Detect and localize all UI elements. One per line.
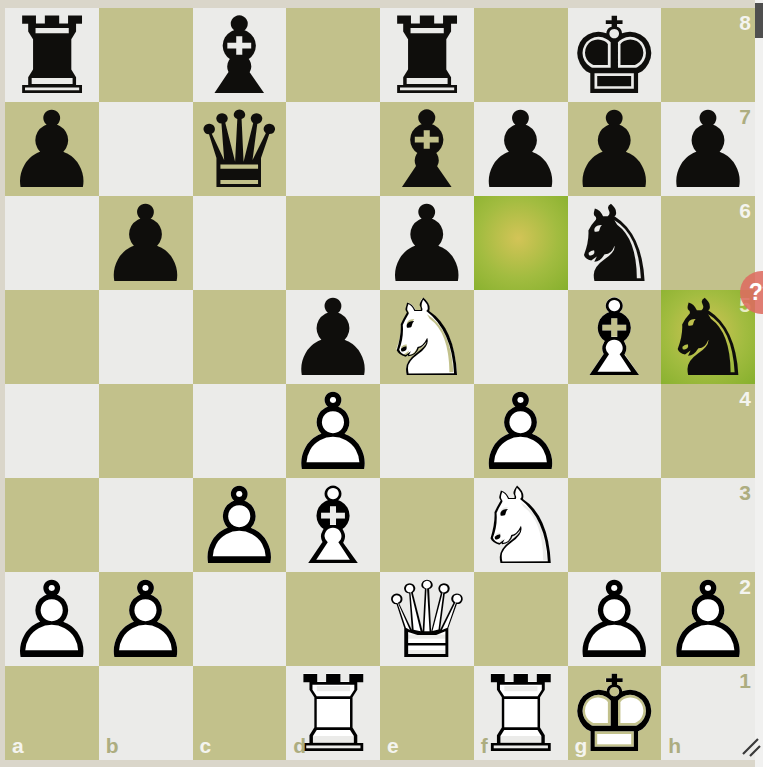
square-g8[interactable]: ♚ (568, 8, 662, 102)
square-e2[interactable]: ♛♕ (380, 572, 474, 666)
square-h4[interactable]: 4 (661, 384, 755, 478)
square-f1[interactable]: ♜♖f (474, 666, 568, 760)
white-queen-outline: ♕ (380, 574, 474, 668)
black-pawn-piece: ♟ (568, 104, 662, 198)
square-b6[interactable]: ♟ (99, 196, 193, 290)
black-pawn-piece: ♟ (661, 104, 755, 198)
square-b4[interactable] (99, 384, 193, 478)
square-a8[interactable]: ♜ (5, 8, 99, 102)
square-c3[interactable]: ♟♙ (193, 478, 287, 572)
white-bishop-piece: ♝ (568, 292, 662, 386)
white-bishop-outline: ♗ (568, 292, 662, 386)
white-pawn-outline: ♙ (193, 480, 287, 574)
white-rook-piece: ♜ (286, 668, 380, 762)
file-label-h: h (668, 735, 681, 756)
file-label-a: a (12, 735, 24, 756)
black-knight-piece: ♞ (661, 292, 755, 386)
square-g1[interactable]: ♚♔g (568, 666, 662, 760)
square-a4[interactable] (5, 384, 99, 478)
square-b3[interactable] (99, 478, 193, 572)
square-d7[interactable] (286, 102, 380, 196)
black-pawn-piece: ♟ (380, 198, 474, 292)
white-pawn-outline: ♙ (661, 574, 755, 668)
white-king-piece: ♚ (568, 668, 662, 762)
square-g3[interactable] (568, 478, 662, 572)
square-f5[interactable] (474, 290, 568, 384)
square-d6[interactable] (286, 196, 380, 290)
white-queen-piece: ♛ (380, 574, 474, 668)
white-rook-outline: ♖ (474, 668, 568, 762)
white-pawn-piece: ♟ (661, 574, 755, 668)
square-h5[interactable]: ♞5?? (661, 290, 755, 384)
scrollbar[interactable] (755, 0, 763, 767)
square-d2[interactable] (286, 572, 380, 666)
square-d8[interactable] (286, 8, 380, 102)
resize-handle-icon[interactable] (740, 736, 761, 757)
white-bishop-outline: ♗ (286, 480, 380, 574)
black-pawn-piece: ♟ (474, 104, 568, 198)
square-b1[interactable]: b (99, 666, 193, 760)
white-knight-outline: ♘ (474, 480, 568, 574)
square-h8[interactable]: 8 (661, 8, 755, 102)
square-c6[interactable] (193, 196, 287, 290)
square-a5[interactable] (5, 290, 99, 384)
square-a1[interactable]: a (5, 666, 99, 760)
white-pawn-piece: ♟ (286, 386, 380, 480)
square-b5[interactable] (99, 290, 193, 384)
white-knight-piece: ♞ (474, 480, 568, 574)
square-c7[interactable]: ♛ (193, 102, 287, 196)
square-b7[interactable] (99, 102, 193, 196)
square-g2[interactable]: ♟♙ (568, 572, 662, 666)
white-pawn-outline: ♙ (474, 386, 568, 480)
square-f2[interactable] (474, 572, 568, 666)
scrollbar-thumb[interactable] (755, 3, 763, 38)
rank-label-4: 4 (739, 388, 751, 409)
square-b8[interactable] (99, 8, 193, 102)
square-c1[interactable]: c (193, 666, 287, 760)
rank-label-7: 7 (739, 106, 751, 127)
square-e3[interactable] (380, 478, 474, 572)
white-pawn-piece: ♟ (99, 574, 193, 668)
file-label-c: c (200, 735, 212, 756)
square-h6[interactable]: 6 (661, 196, 755, 290)
square-f8[interactable] (474, 8, 568, 102)
white-pawn-piece: ♟ (474, 386, 568, 480)
square-h2[interactable]: ♟♙2 (661, 572, 755, 666)
black-queen-piece: ♛ (193, 104, 287, 198)
black-bishop-piece: ♝ (380, 104, 474, 198)
page-background: ♜♝♜♚8♟♛♝♟♟♟7♟♟♞6♟♞♘♝♗♞5??♟♙♟♙4♟♙♝♗♞♘3♟♙♟… (0, 0, 763, 767)
white-pawn-piece: ♟ (5, 574, 99, 668)
file-label-d: d (293, 735, 306, 756)
white-rook-piece: ♜ (474, 668, 568, 762)
rank-label-2: 2 (739, 576, 751, 597)
square-a3[interactable] (5, 478, 99, 572)
square-e4[interactable] (380, 384, 474, 478)
square-a7[interactable]: ♟ (5, 102, 99, 196)
square-f7[interactable]: ♟ (474, 102, 568, 196)
square-b2[interactable]: ♟♙ (99, 572, 193, 666)
square-g5[interactable]: ♝♗ (568, 290, 662, 384)
white-pawn-outline: ♙ (286, 386, 380, 480)
black-bishop-piece: ♝ (193, 10, 287, 104)
square-e8[interactable]: ♜ (380, 8, 474, 102)
black-rook-piece: ♜ (380, 10, 474, 104)
white-knight-piece: ♞ (380, 292, 474, 386)
file-label-b: b (106, 735, 119, 756)
square-d5[interactable]: ♟ (286, 290, 380, 384)
white-pawn-piece: ♟ (193, 480, 287, 574)
square-h7[interactable]: ♟7 (661, 102, 755, 196)
square-f3[interactable]: ♞♘ (474, 478, 568, 572)
chess-board[interactable]: ♜♝♜♚8♟♛♝♟♟♟7♟♟♞6♟♞♘♝♗♞5??♟♙♟♙4♟♙♝♗♞♘3♟♙♟… (5, 8, 755, 760)
square-h3[interactable]: 3 (661, 478, 755, 572)
square-g6[interactable]: ♞ (568, 196, 662, 290)
square-e5[interactable]: ♞♘ (380, 290, 474, 384)
square-c8[interactable]: ♝ (193, 8, 287, 102)
black-pawn-piece: ♟ (286, 292, 380, 386)
white-knight-outline: ♘ (380, 292, 474, 386)
white-pawn-outline: ♙ (99, 574, 193, 668)
black-knight-piece: ♞ (568, 198, 662, 292)
square-c2[interactable] (193, 572, 287, 666)
square-e7[interactable]: ♝ (380, 102, 474, 196)
square-a2[interactable]: ♟♙ (5, 572, 99, 666)
rank-label-1: 1 (739, 670, 751, 691)
square-c4[interactable] (193, 384, 287, 478)
black-pawn-piece: ♟ (5, 104, 99, 198)
white-pawn-piece: ♟ (568, 574, 662, 668)
rank-label-8: 8 (739, 12, 751, 33)
square-e6[interactable]: ♟ (380, 196, 474, 290)
square-f4[interactable]: ♟♙ (474, 384, 568, 478)
white-bishop-piece: ♝ (286, 480, 380, 574)
file-label-e: e (387, 735, 399, 756)
rank-label-3: 3 (739, 482, 751, 503)
square-d4[interactable]: ♟♙ (286, 384, 380, 478)
white-pawn-outline: ♙ (5, 574, 99, 668)
black-king-piece: ♚ (568, 10, 662, 104)
square-a6[interactable] (5, 196, 99, 290)
square-d3[interactable]: ♝♗ (286, 478, 380, 572)
square-g7[interactable]: ♟ (568, 102, 662, 196)
white-rook-outline: ♖ (286, 668, 380, 762)
white-pawn-outline: ♙ (568, 574, 662, 668)
white-king-outline: ♔ (568, 668, 662, 762)
black-pawn-piece: ♟ (99, 198, 193, 292)
square-g4[interactable] (568, 384, 662, 478)
file-label-g: g (575, 735, 588, 756)
rank-label-6: 6 (739, 200, 751, 221)
file-label-f: f (481, 735, 488, 756)
square-c5[interactable] (193, 290, 287, 384)
square-f6[interactable] (474, 196, 568, 290)
black-rook-piece: ♜ (5, 10, 99, 104)
square-e1[interactable]: e (380, 666, 474, 760)
square-d1[interactable]: ♜♖d (286, 666, 380, 760)
